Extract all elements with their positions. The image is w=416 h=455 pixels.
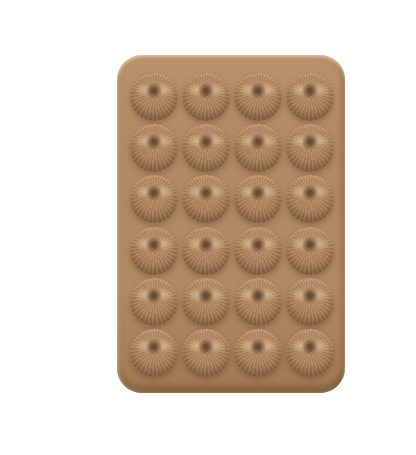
pad-cell-r5c4 [284, 276, 336, 327]
suction-cup [234, 329, 282, 377]
suction-cup [286, 278, 334, 326]
pad-cell-r3c1 [128, 174, 180, 225]
suction-cup [286, 227, 334, 275]
suction-cup [130, 175, 178, 223]
pad-cell-r2c4 [284, 122, 336, 173]
pad-cell-r2c1 [128, 122, 180, 173]
suction-cup [286, 175, 334, 223]
pad-cell-r1c3 [232, 71, 284, 122]
suction-cup [130, 227, 178, 275]
suction-cup [286, 73, 334, 121]
suction-cup [234, 175, 282, 223]
pad-cell-r4c3 [232, 225, 284, 276]
suction-cup [130, 278, 178, 326]
suction-cup [130, 329, 178, 377]
pad-cell-r1c4 [284, 71, 336, 122]
suction-cup [286, 124, 334, 172]
pad-cell-r6c2 [180, 328, 232, 379]
suction-cup [182, 175, 230, 223]
pad-cell-r5c1 [128, 276, 180, 327]
product-photo [0, 0, 416, 455]
pad-cell-r3c4 [284, 174, 336, 225]
suction-cup [182, 227, 230, 275]
pad-cell-r3c3 [232, 174, 284, 225]
suction-cup [234, 278, 282, 326]
pad-cell-r4c4 [284, 225, 336, 276]
suction-cup [182, 329, 230, 377]
pad-cell-r5c2 [180, 276, 232, 327]
pad-cell-r4c2 [180, 225, 232, 276]
pad-cell-r2c2 [180, 122, 232, 173]
suction-cup [234, 227, 282, 275]
pad-cell-r6c1 [128, 328, 180, 379]
suction-cup [130, 124, 178, 172]
suction-cup [182, 73, 230, 121]
suction-cup-grid [117, 55, 345, 393]
pad-cell-r1c1 [128, 71, 180, 122]
pad-cell-r2c3 [232, 122, 284, 173]
silicone-suction-pad [117, 55, 345, 393]
pad-cell-r4c1 [128, 225, 180, 276]
suction-cup [182, 278, 230, 326]
suction-cup [234, 73, 282, 121]
pad-cell-r6c3 [232, 328, 284, 379]
pad-cell-r3c2 [180, 174, 232, 225]
pad-cell-r6c4 [284, 328, 336, 379]
suction-cup [234, 124, 282, 172]
suction-cup [286, 329, 334, 377]
suction-cup [182, 124, 230, 172]
pad-cell-r1c2 [180, 71, 232, 122]
pad-cell-r5c3 [232, 276, 284, 327]
suction-cup [130, 73, 178, 121]
